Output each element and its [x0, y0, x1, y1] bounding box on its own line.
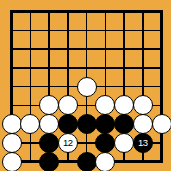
go-board[interactable]: 1213 — [12, 12, 162, 162]
stone-white — [114, 95, 134, 115]
stone-white — [2, 133, 22, 153]
stone-white — [152, 114, 172, 134]
stone-black — [39, 152, 59, 172]
stone-black — [95, 114, 115, 134]
stone-white — [77, 77, 97, 97]
stone-white — [133, 114, 153, 134]
stone-black — [77, 152, 97, 172]
move-number-label: 13 — [138, 138, 148, 148]
stone-white — [133, 95, 153, 115]
stone-black — [39, 133, 59, 153]
stone-black-move-13: 13 — [133, 133, 153, 153]
go-diagram: 1213 — [0, 0, 171, 171]
stone-white — [20, 114, 40, 134]
stone-white — [58, 95, 78, 115]
stone-white-move-12: 12 — [58, 133, 78, 153]
stone-white — [39, 95, 59, 115]
stone-black — [95, 133, 115, 153]
stone-white — [2, 114, 22, 134]
stone-white — [114, 133, 134, 153]
stone-black — [77, 114, 97, 134]
stone-white — [2, 152, 22, 172]
stone-white — [39, 114, 59, 134]
stone-white — [95, 95, 115, 115]
stone-white — [95, 152, 115, 172]
stone-black — [114, 114, 134, 134]
move-number-label: 12 — [63, 138, 73, 148]
stone-black — [58, 114, 78, 134]
